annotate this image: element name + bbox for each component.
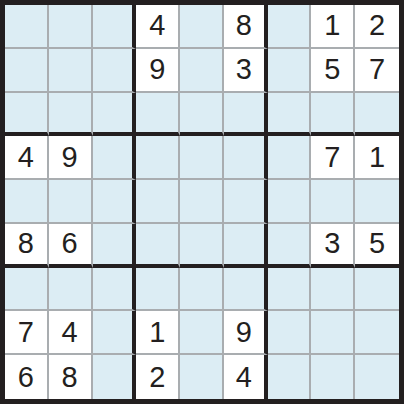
cell-r7c5[interactable] <box>180 268 224 312</box>
cell-r3c3[interactable] <box>93 93 137 137</box>
cell-r2c9: 7 <box>355 49 399 93</box>
cell-r4c2: 9 <box>49 136 93 180</box>
cell-r6c4[interactable] <box>136 224 180 268</box>
cell-r1c7[interactable] <box>268 5 312 49</box>
cell-r5c8[interactable] <box>311 180 355 224</box>
cell-r8c4: 1 <box>136 311 180 355</box>
cell-r8c3[interactable] <box>93 311 137 355</box>
cell-r9c1: 6 <box>5 355 49 399</box>
cell-r4c9: 1 <box>355 136 399 180</box>
cell-r6c7[interactable] <box>268 224 312 268</box>
cell-r6c8: 3 <box>311 224 355 268</box>
cell-r7c1[interactable] <box>5 268 49 312</box>
cell-r7c3[interactable] <box>93 268 137 312</box>
cell-r1c6: 8 <box>224 5 268 49</box>
cell-r5c9[interactable] <box>355 180 399 224</box>
cell-r6c9: 5 <box>355 224 399 268</box>
cell-r8c5[interactable] <box>180 311 224 355</box>
cell-r1c2[interactable] <box>49 5 93 49</box>
cell-r9c5[interactable] <box>180 355 224 399</box>
cell-r1c1[interactable] <box>5 5 49 49</box>
cell-r8c8[interactable] <box>311 311 355 355</box>
cell-r7c7[interactable] <box>268 268 312 312</box>
cell-r1c4: 4 <box>136 5 180 49</box>
cell-r8c2: 4 <box>49 311 93 355</box>
cell-r6c5[interactable] <box>180 224 224 268</box>
cell-r2c8: 5 <box>311 49 355 93</box>
cell-r9c2: 8 <box>49 355 93 399</box>
cell-r2c6: 3 <box>224 49 268 93</box>
cell-r6c3[interactable] <box>93 224 137 268</box>
cell-r7c6[interactable] <box>224 268 268 312</box>
cell-r5c5[interactable] <box>180 180 224 224</box>
cell-r6c6[interactable] <box>224 224 268 268</box>
cell-r2c4: 9 <box>136 49 180 93</box>
cell-r3c8[interactable] <box>311 93 355 137</box>
cell-r2c3[interactable] <box>93 49 137 93</box>
cell-r4c8: 7 <box>311 136 355 180</box>
cell-r5c3[interactable] <box>93 180 137 224</box>
cell-r3c6[interactable] <box>224 93 268 137</box>
cell-r9c6: 4 <box>224 355 268 399</box>
cell-r3c7[interactable] <box>268 93 312 137</box>
cell-r3c9[interactable] <box>355 93 399 137</box>
cell-r7c8[interactable] <box>311 268 355 312</box>
cell-r3c4[interactable] <box>136 93 180 137</box>
cell-r7c2[interactable] <box>49 268 93 312</box>
cell-r5c1[interactable] <box>5 180 49 224</box>
cell-r7c4[interactable] <box>136 268 180 312</box>
cell-r2c5[interactable] <box>180 49 224 93</box>
cell-r6c2: 6 <box>49 224 93 268</box>
cell-r9c3[interactable] <box>93 355 137 399</box>
cell-r7c9[interactable] <box>355 268 399 312</box>
cell-r5c6[interactable] <box>224 180 268 224</box>
cell-r9c4: 2 <box>136 355 180 399</box>
cell-r3c1[interactable] <box>5 93 49 137</box>
cell-r5c2[interactable] <box>49 180 93 224</box>
cell-r2c2[interactable] <box>49 49 93 93</box>
cell-r1c8: 1 <box>311 5 355 49</box>
cell-r3c5[interactable] <box>180 93 224 137</box>
cell-r4c5[interactable] <box>180 136 224 180</box>
cell-r5c4[interactable] <box>136 180 180 224</box>
cell-r9c8[interactable] <box>311 355 355 399</box>
cell-r8c6: 9 <box>224 311 268 355</box>
cell-r4c3[interactable] <box>93 136 137 180</box>
cell-r9c7[interactable] <box>268 355 312 399</box>
cell-r8c9[interactable] <box>355 311 399 355</box>
cell-r4c7[interactable] <box>268 136 312 180</box>
cell-r2c7[interactable] <box>268 49 312 93</box>
cell-r1c3[interactable] <box>93 5 137 49</box>
cell-r2c1[interactable] <box>5 49 49 93</box>
cell-r8c1: 7 <box>5 311 49 355</box>
sudoku-board: 481293574971863574196824 <box>0 0 404 404</box>
cell-r8c7[interactable] <box>268 311 312 355</box>
cell-r9c9[interactable] <box>355 355 399 399</box>
cell-r4c4[interactable] <box>136 136 180 180</box>
cell-r1c5[interactable] <box>180 5 224 49</box>
cell-r5c7[interactable] <box>268 180 312 224</box>
cell-r4c1: 4 <box>5 136 49 180</box>
cell-r4c6[interactable] <box>224 136 268 180</box>
cell-r1c9: 2 <box>355 5 399 49</box>
cell-r6c1: 8 <box>5 224 49 268</box>
cell-r3c2[interactable] <box>49 93 93 137</box>
